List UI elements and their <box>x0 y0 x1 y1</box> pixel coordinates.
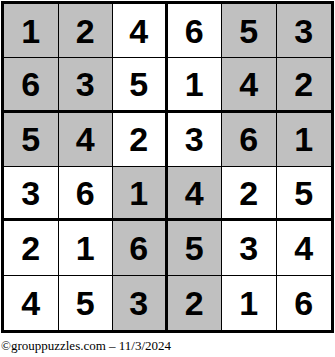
cell-r1c5[interactable]: 5 <box>222 4 277 58</box>
cell-r6c6[interactable]: 6 <box>277 276 332 330</box>
cell-r6c2[interactable]: 5 <box>59 276 114 330</box>
cell-r1c3[interactable]: 4 <box>113 4 168 58</box>
cell-r3c6[interactable]: 1 <box>277 113 332 167</box>
sudoku-board: 124653635142542361361425216534453216 <box>1 1 334 333</box>
cell-r6c4[interactable]: 2 <box>168 276 223 330</box>
cell-r3c2[interactable]: 4 <box>59 113 114 167</box>
cell-r4c5[interactable]: 2 <box>222 167 277 221</box>
cell-r3c4[interactable]: 3 <box>168 113 223 167</box>
cell-r5c6[interactable]: 4 <box>277 221 332 275</box>
cell-r3c1[interactable]: 5 <box>4 113 59 167</box>
cell-r1c4[interactable]: 6 <box>168 4 223 58</box>
cell-r1c1[interactable]: 1 <box>4 4 59 58</box>
cell-r6c3[interactable]: 3 <box>113 276 168 330</box>
cell-r1c6[interactable]: 3 <box>277 4 332 58</box>
cell-r4c3[interactable]: 1 <box>113 167 168 221</box>
cell-r5c4[interactable]: 5 <box>168 221 223 275</box>
cell-r2c4[interactable]: 1 <box>168 58 223 112</box>
cell-r5c5[interactable]: 3 <box>222 221 277 275</box>
cell-r6c1[interactable]: 4 <box>4 276 59 330</box>
cell-r2c2[interactable]: 3 <box>59 58 114 112</box>
cell-r4c1[interactable]: 3 <box>4 167 59 221</box>
cell-r3c5[interactable]: 6 <box>222 113 277 167</box>
cell-r4c2[interactable]: 6 <box>59 167 114 221</box>
cell-r2c5[interactable]: 4 <box>222 58 277 112</box>
copyright-footer: ©grouppuzzles.com – 11/3/2024 <box>1 338 171 354</box>
cell-r5c3[interactable]: 6 <box>113 221 168 275</box>
cell-r4c6[interactable]: 5 <box>277 167 332 221</box>
cell-r2c6[interactable]: 2 <box>277 58 332 112</box>
puzzle-image: 124653635142542361361425216534453216 ©gr… <box>0 0 335 357</box>
cell-r2c3[interactable]: 5 <box>113 58 168 112</box>
cell-r4c4[interactable]: 4 <box>168 167 223 221</box>
cell-r2c1[interactable]: 6 <box>4 58 59 112</box>
cell-r5c2[interactable]: 1 <box>59 221 114 275</box>
cell-r1c2[interactable]: 2 <box>59 4 114 58</box>
cell-r3c3[interactable]: 2 <box>113 113 168 167</box>
cell-r6c5[interactable]: 1 <box>222 276 277 330</box>
cell-r5c1[interactable]: 2 <box>4 221 59 275</box>
